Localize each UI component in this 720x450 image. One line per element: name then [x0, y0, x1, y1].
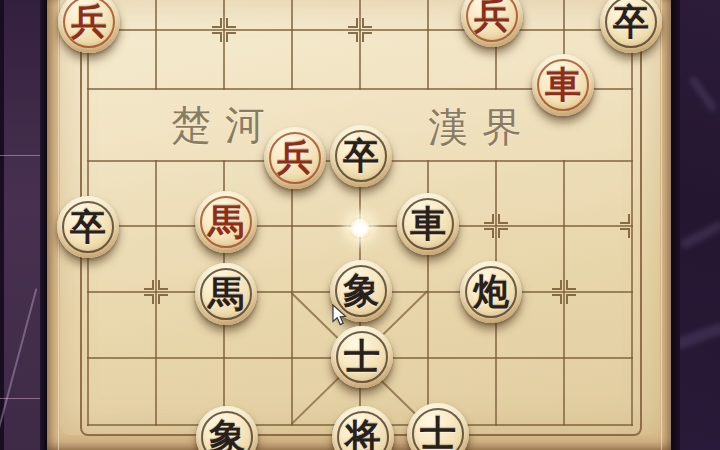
point-marker-corner [212, 18, 222, 28]
point-marker-corner [362, 18, 372, 28]
decor-streak [679, 220, 720, 250]
point-marker [484, 214, 508, 238]
point-marker-corner [144, 294, 154, 304]
decor-line [0, 155, 42, 156]
mouse-cursor [332, 304, 348, 326]
grid-line [155, 0, 157, 90]
piece-black-chariot[interactable]: 車 [397, 193, 459, 255]
frame-bevel [661, 0, 662, 450]
point-marker-corner [212, 32, 222, 42]
piece-glyph: 将 [345, 419, 381, 450]
piece-glyph: 卒 [70, 209, 106, 245]
point-marker-corner [362, 32, 372, 42]
river-label-right: 漢界 [407, 100, 557, 155]
grid-line [427, 0, 429, 90]
piece-glyph: 卒 [613, 4, 649, 40]
point-marker-corner [498, 228, 508, 238]
point-marker-corner [552, 280, 562, 290]
screen-left-edge [0, 0, 4, 450]
piece-glyph: 兵 [474, 0, 510, 34]
point-marker-corner [620, 214, 630, 224]
piece-glyph: 炮 [473, 274, 509, 310]
point-marker [620, 214, 644, 238]
point-marker-corner [144, 280, 154, 290]
piece-black-cannon[interactable]: 炮 [460, 261, 522, 323]
piece-black-soldier[interactable]: 卒 [57, 196, 119, 258]
point-marker-corner [348, 18, 358, 28]
board-right-gap [671, 0, 680, 450]
piece-black-horse[interactable]: 馬 [195, 263, 257, 325]
point-marker-corner [620, 228, 630, 238]
piece-glyph: 車 [545, 67, 581, 103]
piece-red-horse[interactable]: 馬 [195, 191, 257, 253]
piece-glyph: 象 [343, 273, 379, 309]
background-right-panel [673, 0, 720, 450]
piece-glyph: 馬 [208, 204, 244, 240]
piece-glyph: 兵 [277, 140, 313, 176]
piece-red-chariot[interactable]: 車 [532, 54, 594, 116]
grid-line [631, 0, 633, 426]
point-marker-corner [566, 294, 576, 304]
grid-line [359, 0, 361, 90]
piece-glyph: 卒 [343, 138, 379, 174]
point-marker-corner [484, 228, 494, 238]
piece-glyph: 兵 [71, 4, 107, 40]
grid-line [291, 0, 293, 90]
point-marker-corner [552, 294, 562, 304]
point-marker-corner [566, 280, 576, 290]
piece-glyph: 車 [410, 206, 446, 242]
grid-line [223, 0, 225, 90]
piece-black-soldier[interactable]: 卒 [330, 125, 392, 187]
point-marker-corner [484, 214, 494, 224]
point-marker-corner [226, 32, 236, 42]
point-marker [144, 280, 168, 304]
point-marker [552, 280, 576, 304]
piece-black-advisor[interactable]: 士 [331, 326, 393, 388]
piece-glyph: 象 [209, 419, 245, 450]
point-marker-corner [158, 280, 168, 290]
decor-streak [0, 288, 37, 433]
point-marker-corner [348, 32, 358, 42]
game-screen: 楚河 漢界 兵兵卒車兵卒卒馬車馬象炮士象将士 [0, 0, 720, 450]
point-marker-corner [498, 214, 508, 224]
decor-streak [674, 322, 720, 350]
piece-red-soldier[interactable]: 兵 [264, 127, 326, 189]
board-left-gap [40, 0, 47, 450]
point-marker-corner [158, 294, 168, 304]
point-marker-corner [226, 18, 236, 28]
piece-glyph: 士 [344, 339, 380, 375]
move-target-highlight [338, 206, 382, 250]
point-marker [212, 18, 236, 42]
point-marker [348, 18, 372, 42]
piece-glyph: 馬 [208, 276, 244, 312]
decor-streak [688, 75, 717, 112]
highlight-core [349, 217, 371, 239]
piece-glyph: 士 [420, 416, 456, 450]
